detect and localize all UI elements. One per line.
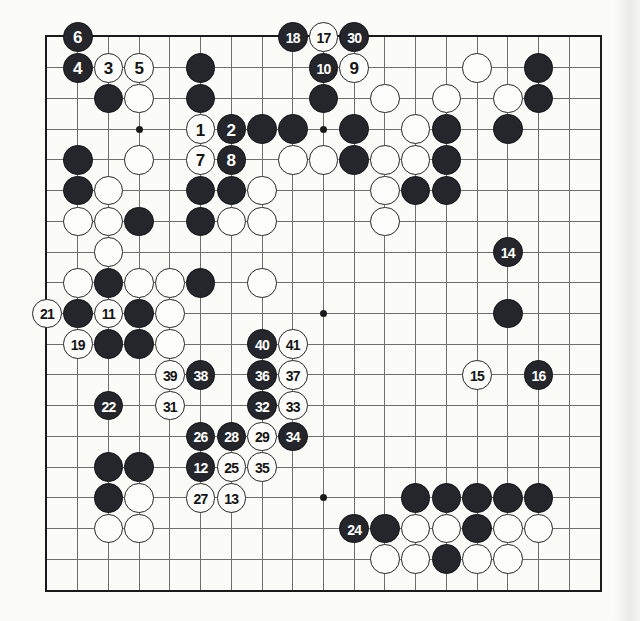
stone-black-move-32: 32 (247, 391, 277, 421)
stone-white-move-33: 33 (278, 391, 308, 421)
move-number-label: 31 (163, 399, 177, 413)
stone-white (462, 53, 492, 83)
stone-white (493, 514, 523, 544)
stone-black (186, 268, 216, 298)
stone-black (493, 114, 523, 144)
stone-white (370, 176, 400, 206)
stone-white-move-17: 17 (309, 22, 339, 52)
move-number-label: 22 (101, 399, 115, 413)
move-number-label: 26 (194, 430, 208, 444)
stone-black-move-8: 8 (217, 145, 247, 175)
stone-white (493, 84, 523, 114)
stone-black (94, 483, 124, 513)
grid-line-vertical (384, 37, 385, 590)
scan-shading (614, 0, 640, 621)
stone-black-move-16: 16 (524, 360, 554, 390)
stone-white-move-41: 41 (278, 329, 308, 359)
stone-white-move-9: 9 (339, 53, 369, 83)
star-point (320, 310, 327, 317)
stone-white (124, 145, 154, 175)
stone-black-move-6: 6 (63, 22, 93, 52)
move-number-label: 39 (163, 368, 177, 382)
move-number-label: 38 (194, 368, 208, 382)
move-number-label: 30 (347, 30, 361, 44)
stone-black-move-12: 12 (186, 452, 216, 482)
stone-white (247, 268, 277, 298)
stone-black (63, 299, 93, 329)
page: { "game": "go", "board_size": 19, "diagr… (0, 0, 640, 621)
stone-white-move-29: 29 (247, 422, 277, 452)
move-number-label: 7 (196, 152, 205, 169)
stone-black (462, 483, 492, 513)
stone-white (309, 145, 339, 175)
stone-black (339, 145, 369, 175)
stone-black (186, 53, 216, 83)
stone-white-move-5: 5 (124, 53, 154, 83)
move-number-label: 34 (286, 430, 300, 444)
stone-white (124, 483, 154, 513)
stone-white-move-35: 35 (247, 452, 277, 482)
move-number-label: 5 (134, 60, 143, 77)
stone-black (493, 299, 523, 329)
stone-white (63, 268, 93, 298)
stone-white (94, 237, 124, 267)
stone-white-move-19: 19 (63, 329, 93, 359)
move-number-label: 8 (227, 152, 236, 169)
stone-black (524, 483, 554, 513)
move-number-label: 21 (40, 307, 54, 321)
move-number-label: 12 (194, 461, 208, 475)
stone-white (370, 84, 400, 114)
stone-white (247, 176, 277, 206)
stone-white-move-39: 39 (155, 360, 185, 390)
go-board: 6181730435109127814211119404139383637151… (0, 0, 640, 621)
grid-line-horizontal (47, 374, 600, 375)
move-number-label: 3 (104, 60, 113, 77)
move-number-label: 37 (286, 368, 300, 382)
stone-white (94, 207, 124, 237)
grid-line-horizontal (47, 405, 600, 406)
move-number-label: 6 (73, 29, 82, 46)
stone-white-move-21: 21 (32, 299, 62, 329)
move-number-label: 29 (255, 430, 269, 444)
move-number-label: 40 (255, 338, 269, 352)
move-number-label: 35 (255, 461, 269, 475)
stone-white-move-25: 25 (217, 452, 247, 482)
stone-black (94, 329, 124, 359)
stone-white (370, 207, 400, 237)
stone-black (124, 452, 154, 482)
move-number-label: 1 (196, 121, 205, 138)
move-number-label: 14 (501, 246, 515, 260)
stone-white-move-27: 27 (186, 483, 216, 513)
stone-white (247, 207, 277, 237)
move-number-label: 27 (194, 491, 208, 505)
stone-white-move-7: 7 (186, 145, 216, 175)
move-number-label: 28 (224, 430, 238, 444)
stone-black-move-4: 4 (63, 53, 93, 83)
grid-line-horizontal (47, 436, 600, 437)
stone-black-move-34: 34 (278, 422, 308, 452)
move-number-label: 13 (224, 491, 238, 505)
move-number-label: 9 (349, 60, 358, 77)
stone-white (370, 544, 400, 574)
move-number-label: 36 (255, 368, 269, 382)
stone-white (155, 268, 185, 298)
stone-white-move-13: 13 (217, 483, 247, 513)
stone-white (401, 114, 431, 144)
stone-black-move-36: 36 (247, 360, 277, 390)
stone-black (432, 145, 462, 175)
stone-white (155, 299, 185, 329)
go-diagram: 6181730435109127814211119404139383637151… (0, 0, 640, 621)
move-number-label: 4 (73, 60, 82, 77)
move-number-label: 19 (71, 338, 85, 352)
stone-white (155, 329, 185, 359)
stone-black (124, 207, 154, 237)
stone-black (401, 483, 431, 513)
stone-black (462, 514, 492, 544)
stone-black-move-40: 40 (247, 329, 277, 359)
stone-black (493, 483, 523, 513)
move-number-label: 24 (347, 522, 361, 536)
stone-black-move-24: 24 (339, 514, 369, 544)
stone-black-move-10: 10 (309, 53, 339, 83)
stone-white-move-15: 15 (462, 360, 492, 390)
stone-black (247, 114, 277, 144)
stone-black-move-14: 14 (493, 237, 523, 267)
stone-black (63, 176, 93, 206)
stone-white-move-3: 3 (94, 53, 124, 83)
move-number-label: 32 (255, 399, 269, 413)
move-number-label: 33 (286, 399, 300, 413)
move-number-label: 10 (316, 61, 330, 75)
stone-white-move-1: 1 (186, 114, 216, 144)
move-number-label: 18 (286, 30, 300, 44)
stone-black-move-2: 2 (217, 114, 247, 144)
stone-white (124, 514, 154, 544)
move-number-label: 25 (224, 461, 238, 475)
stone-black (339, 114, 369, 144)
star-point (136, 126, 143, 133)
stone-black (124, 329, 154, 359)
stone-white-move-31: 31 (155, 391, 185, 421)
stone-white (217, 207, 247, 237)
move-number-label: 15 (470, 368, 484, 382)
move-number-label: 41 (286, 338, 300, 352)
stone-black (124, 299, 154, 329)
stone-white (278, 145, 308, 175)
stone-black-move-38: 38 (186, 360, 216, 390)
stone-black (370, 514, 400, 544)
stone-black (63, 145, 93, 175)
stone-black (432, 544, 462, 574)
stone-white (401, 145, 431, 175)
stone-black (278, 114, 308, 144)
stone-black (524, 53, 554, 83)
stone-white (63, 207, 93, 237)
stone-white-move-37: 37 (278, 360, 308, 390)
stone-black (94, 452, 124, 482)
stone-white (370, 145, 400, 175)
move-number-label: 16 (532, 368, 546, 382)
stone-white (432, 84, 462, 114)
stone-black (432, 114, 462, 144)
stone-black-move-28: 28 (217, 422, 247, 452)
stone-black (432, 483, 462, 513)
stone-black-move-18: 18 (278, 22, 308, 52)
stone-black (94, 268, 124, 298)
stone-white (493, 544, 523, 574)
move-number-label: 11 (102, 307, 115, 321)
stone-white (124, 84, 154, 114)
stone-white (124, 268, 154, 298)
star-point (320, 126, 327, 133)
stone-black-move-30: 30 (339, 22, 369, 52)
grid-line-vertical (569, 37, 570, 590)
move-number-label: 17 (316, 30, 330, 44)
move-number-label: 2 (227, 121, 236, 138)
stone-white (462, 544, 492, 574)
